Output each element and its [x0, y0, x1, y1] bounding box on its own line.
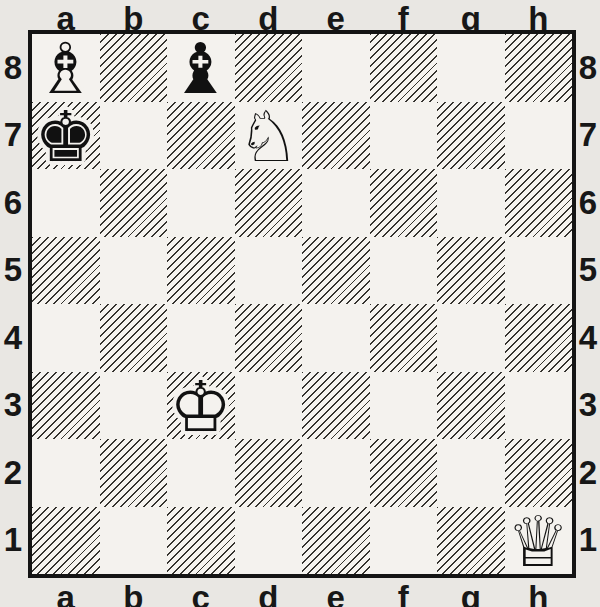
square-c7[interactable] — [167, 102, 235, 170]
square-f2[interactable] — [370, 439, 438, 507]
square-d4[interactable] — [235, 304, 303, 372]
square-d5[interactable] — [235, 237, 303, 305]
square-g4[interactable] — [437, 304, 505, 372]
square-h1[interactable]: ♛♕ — [505, 507, 573, 575]
square-h8[interactable] — [505, 34, 573, 102]
square-f4[interactable] — [370, 304, 438, 372]
square-g7[interactable] — [437, 102, 505, 170]
square-b1[interactable] — [100, 507, 168, 575]
chess-board: ♝♗♝♝♚♚♞♘♚♔♛♕ — [28, 30, 576, 578]
white-queen-h1[interactable]: ♛♕ — [505, 507, 573, 575]
square-d7[interactable]: ♞♘ — [235, 102, 303, 170]
square-e3[interactable] — [302, 372, 370, 440]
white-king-c3[interactable]: ♚♔ — [167, 372, 235, 440]
rank-label-right-1: 1 — [576, 507, 600, 575]
square-c2[interactable] — [167, 439, 235, 507]
square-d3[interactable] — [235, 372, 303, 440]
file-label-bottom-g: g — [437, 579, 505, 607]
rank-label-right-3: 3 — [576, 372, 600, 440]
square-a4[interactable] — [32, 304, 100, 372]
rank-label-right-4: 4 — [576, 304, 600, 372]
rank-label-left-8: 8 — [0, 34, 26, 102]
square-f8[interactable] — [370, 34, 438, 102]
square-c1[interactable] — [167, 507, 235, 575]
square-c4[interactable] — [167, 304, 235, 372]
square-d1[interactable] — [235, 507, 303, 575]
file-label-bottom-e: e — [302, 579, 370, 607]
square-e8[interactable] — [302, 34, 370, 102]
square-b7[interactable] — [100, 102, 168, 170]
square-a6[interactable] — [32, 169, 100, 237]
file-label-bottom-h: h — [505, 579, 573, 607]
square-a8[interactable]: ♝♗ — [32, 34, 100, 102]
rank-label-left-5: 5 — [0, 237, 26, 305]
file-label-bottom-b: b — [100, 579, 168, 607]
rank-label-right-7: 7 — [576, 102, 600, 170]
file-labels-top: abcdefgh — [32, 0, 572, 28]
square-g1[interactable] — [437, 507, 505, 575]
square-e5[interactable] — [302, 237, 370, 305]
white-knight-icon: ♘ — [237, 102, 300, 172]
square-b6[interactable] — [100, 169, 168, 237]
square-h3[interactable] — [505, 372, 573, 440]
square-c8[interactable]: ♝♝ — [167, 34, 235, 102]
square-g2[interactable] — [437, 439, 505, 507]
square-f7[interactable] — [370, 102, 438, 170]
file-label-bottom-c: c — [167, 579, 235, 607]
square-f6[interactable] — [370, 169, 438, 237]
square-f1[interactable] — [370, 507, 438, 575]
rank-label-right-8: 8 — [576, 34, 600, 102]
square-h2[interactable] — [505, 439, 573, 507]
square-h4[interactable] — [505, 304, 573, 372]
black-bishop-c8[interactable]: ♝♝ — [167, 34, 235, 102]
square-c3[interactable]: ♚♔ — [167, 372, 235, 440]
white-queen-icon: ♕ — [507, 507, 570, 577]
rank-label-left-2: 2 — [0, 439, 26, 507]
square-e1[interactable] — [302, 507, 370, 575]
rank-label-left-3: 3 — [0, 372, 26, 440]
rank-label-right-5: 5 — [576, 237, 600, 305]
square-e4[interactable] — [302, 304, 370, 372]
square-h7[interactable] — [505, 102, 573, 170]
rank-label-left-1: 1 — [0, 507, 26, 575]
square-g6[interactable] — [437, 169, 505, 237]
black-king-icon: ♚ — [34, 102, 97, 172]
square-d8[interactable] — [235, 34, 303, 102]
file-labels-bottom: abcdefgh — [32, 579, 572, 606]
square-a1[interactable] — [32, 507, 100, 575]
square-a2[interactable] — [32, 439, 100, 507]
square-d2[interactable] — [235, 439, 303, 507]
square-e2[interactable] — [302, 439, 370, 507]
rank-label-left-7: 7 — [0, 102, 26, 170]
square-c6[interactable] — [167, 169, 235, 237]
white-king-icon: ♔ — [169, 372, 232, 442]
square-d6[interactable] — [235, 169, 303, 237]
square-e7[interactable] — [302, 102, 370, 170]
square-g5[interactable] — [437, 237, 505, 305]
square-f5[interactable] — [370, 237, 438, 305]
square-b2[interactable] — [100, 439, 168, 507]
file-label-bottom-d: d — [235, 579, 303, 607]
square-f3[interactable] — [370, 372, 438, 440]
square-a3[interactable] — [32, 372, 100, 440]
square-h6[interactable] — [505, 169, 573, 237]
rank-labels-right: 87654321 — [576, 34, 600, 574]
rank-label-right-6: 6 — [576, 169, 600, 237]
square-g8[interactable] — [437, 34, 505, 102]
square-b4[interactable] — [100, 304, 168, 372]
rank-label-left-6: 6 — [0, 169, 26, 237]
file-label-bottom-f: f — [370, 579, 438, 607]
white-knight-d7[interactable]: ♞♘ — [235, 102, 303, 170]
square-e6[interactable] — [302, 169, 370, 237]
square-b3[interactable] — [100, 372, 168, 440]
square-g3[interactable] — [437, 372, 505, 440]
white-bishop-a8[interactable]: ♝♗ — [32, 34, 100, 102]
square-c5[interactable] — [167, 237, 235, 305]
square-a5[interactable] — [32, 237, 100, 305]
square-b5[interactable] — [100, 237, 168, 305]
chess-diagram: abcdefgh 87654321 ♝♗♝♝♚♚♞♘♚♔♛♕ 87654321 … — [0, 0, 600, 607]
rank-labels-left: 87654321 — [0, 34, 26, 574]
rank-label-right-2: 2 — [576, 439, 600, 507]
square-a7[interactable]: ♚♚ — [32, 102, 100, 170]
square-b8[interactable] — [100, 34, 168, 102]
black-king-a7[interactable]: ♚♚ — [32, 102, 100, 170]
black-bishop-icon: ♝ — [169, 34, 232, 104]
rank-label-left-4: 4 — [0, 304, 26, 372]
white-bishop-icon: ♗ — [34, 34, 97, 104]
file-label-bottom-a: a — [32, 579, 100, 607]
square-h5[interactable] — [505, 237, 573, 305]
